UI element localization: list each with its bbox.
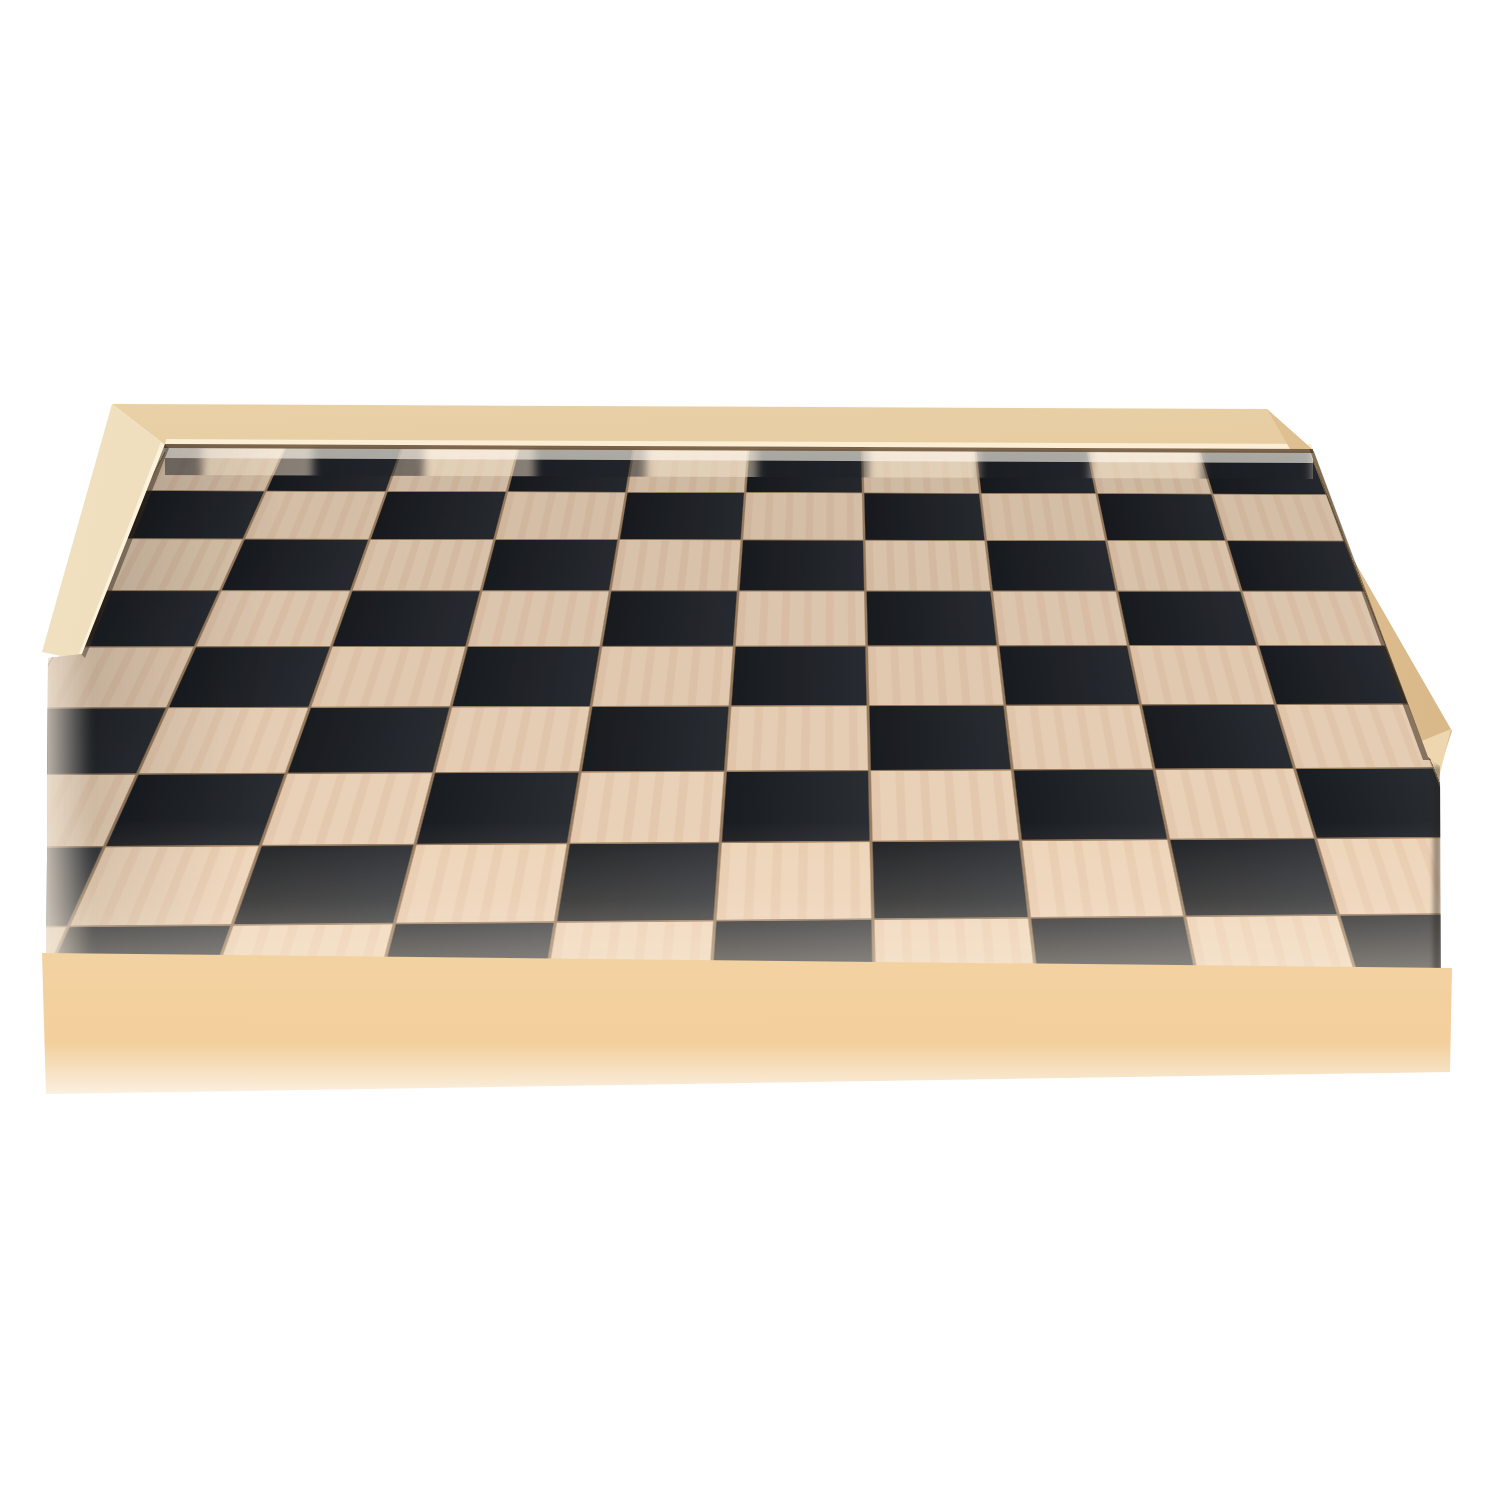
board-photo-scene xyxy=(0,0,1500,1500)
foreground-white-fade xyxy=(0,1042,1500,1137)
near-edge-defocus-overlay xyxy=(0,0,1500,1500)
playing-surface xyxy=(0,0,1500,1500)
